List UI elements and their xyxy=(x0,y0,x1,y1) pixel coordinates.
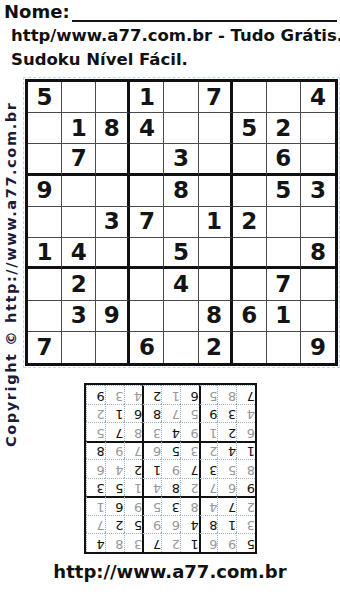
solution-cell-r4c9: 3 xyxy=(86,478,105,497)
solution-cell-r5c8: 4 xyxy=(105,459,124,478)
solution-cell-r6c7: 7 xyxy=(124,441,143,460)
puzzle-cell-r8c4 xyxy=(130,301,164,332)
puzzle-cell-r7c2: 2 xyxy=(62,269,96,300)
puzzle-cell-r7c1 xyxy=(28,269,62,300)
solution-cell-r5c1: 8 xyxy=(236,459,255,478)
puzzle-cell-r5c9 xyxy=(301,207,335,238)
puzzle-cell-r6c3 xyxy=(96,238,130,269)
solution-cell-r3c7: 9 xyxy=(124,496,143,515)
puzzle-cell-r4c1: 9 xyxy=(28,176,62,207)
puzzle-cell-r5c3: 3 xyxy=(96,207,130,238)
solution-cell-r2c1: 3 xyxy=(236,515,255,534)
puzzle-cell-r9c1: 7 xyxy=(28,332,62,363)
solution-cell-r7c9: 5 xyxy=(86,422,105,441)
puzzle-cell-r9c8 xyxy=(267,332,301,363)
puzzle-cell-r1c3 xyxy=(96,82,130,113)
puzzle-cell-r3c3 xyxy=(96,144,130,175)
solution-cell-r4c4: 2 xyxy=(180,478,199,497)
solution-cell-r1c3: 6 xyxy=(199,533,218,552)
puzzle-cell-r1c8 xyxy=(267,82,301,113)
puzzle-cell-r9c9: 9 xyxy=(301,332,335,363)
puzzle-cell-r9c4: 6 xyxy=(130,332,164,363)
solution-cell-r7c7: 8 xyxy=(124,422,143,441)
solution-cell-r9c9: 9 xyxy=(86,385,105,404)
sudoku-printable-page: Nome: http/www.a77.com.br - Tudo Grátis.… xyxy=(0,0,340,596)
puzzle-cell-r2c5 xyxy=(164,113,198,144)
puzzle-cell-r2c1 xyxy=(28,113,62,144)
solution-cell-r9c3: 5 xyxy=(199,385,218,404)
puzzle-cell-r8c8: 1 xyxy=(267,301,301,332)
puzzle-cell-r8c3: 9 xyxy=(96,301,130,332)
solution-cell-r6c5: 5 xyxy=(161,441,180,460)
puzzle-cell-r4c7 xyxy=(233,176,267,207)
solution-cell-r7c1: 6 xyxy=(236,422,255,441)
puzzle-cell-r8c7: 6 xyxy=(233,301,267,332)
puzzle-cell-r3c2: 7 xyxy=(62,144,96,175)
solution-cell-r4c7: 1 xyxy=(124,478,143,497)
puzzle-cell-r4c9: 3 xyxy=(301,176,335,207)
solution-cell-r3c1: 2 xyxy=(236,496,255,515)
solution-cell-r6c1: 1 xyxy=(236,441,255,460)
puzzle-cell-r6c9: 8 xyxy=(301,238,335,269)
solution-cell-r6c3: 2 xyxy=(199,441,218,460)
solution-cell-r5c7: 2 xyxy=(124,459,143,478)
solution-cell-r8c1: 4 xyxy=(236,404,255,423)
puzzle-cell-r5c4: 7 xyxy=(130,207,164,238)
solution-cell-r7c4: 9 xyxy=(180,422,199,441)
puzzle-cell-r2c9 xyxy=(301,113,335,144)
solution-cell-r2c2: 1 xyxy=(217,515,236,534)
puzzle-cell-r4c5: 8 xyxy=(164,176,198,207)
puzzle-cell-r9c7 xyxy=(233,332,267,363)
puzzle-cell-r9c5 xyxy=(164,332,198,363)
solution-cell-r7c2: 2 xyxy=(217,422,236,441)
puzzle-cell-r6c2: 4 xyxy=(62,238,96,269)
solution-cell-r9c8: 3 xyxy=(105,385,124,404)
solution-cell-r9c1: 7 xyxy=(236,385,255,404)
puzzle-cell-r2c3: 8 xyxy=(96,113,130,144)
name-label: Nome: xyxy=(4,2,70,22)
solution-cell-r1c7: 3 xyxy=(124,533,143,552)
solution-cell-r5c4: 7 xyxy=(180,459,199,478)
solution-cell-r9c4: 6 xyxy=(180,385,199,404)
puzzle-cell-r7c9 xyxy=(301,269,335,300)
solution-cell-r1c5: 2 xyxy=(161,533,180,552)
puzzle-cell-r8c9 xyxy=(301,301,335,332)
solution-cell-r4c3: 7 xyxy=(199,478,218,497)
solution-cell-r7c5: 4 xyxy=(161,422,180,441)
solution-cell-r8c3: 9 xyxy=(199,404,218,423)
solution-cell-r3c4: 8 xyxy=(180,496,199,515)
solution-cell-r2c7: 5 xyxy=(124,515,143,534)
puzzle-cell-r5c7: 2 xyxy=(233,207,267,238)
solution-cell-r1c9: 4 xyxy=(86,533,105,552)
puzzle-cell-r1c5 xyxy=(164,82,198,113)
solution-cell-r6c2: 4 xyxy=(217,441,236,460)
solution-cell-r6c4: 3 xyxy=(180,441,199,460)
solution-cell-r4c1: 9 xyxy=(236,478,255,497)
solution-cell-r5c6: 1 xyxy=(142,459,161,478)
solution-cell-r5c2: 5 xyxy=(217,459,236,478)
puzzle-cell-r9c2 xyxy=(62,332,96,363)
solution-cell-r1c4: 1 xyxy=(180,533,199,552)
puzzle-cell-r2c7: 5 xyxy=(233,113,267,144)
puzzle-cell-r8c5 xyxy=(164,301,198,332)
name-row: Nome: xyxy=(4,2,337,22)
puzzle-grid: 517418452736985337121458247398617629 xyxy=(25,79,338,366)
puzzle-cell-r1c1: 5 xyxy=(28,82,62,113)
solution-cell-r2c3: 8 xyxy=(199,515,218,534)
solution-cell-r3c2: 7 xyxy=(217,496,236,515)
solution-cell-r9c6: 2 xyxy=(142,385,161,404)
solution-cell-r8c7: 6 xyxy=(124,404,143,423)
puzzle-cell-r7c5: 4 xyxy=(164,269,198,300)
puzzle-cell-r3c9 xyxy=(301,144,335,175)
puzzle-cell-r2c8: 2 xyxy=(267,113,301,144)
solution-cell-r8c5: 7 xyxy=(161,404,180,423)
solution-cell-r2c9: 7 xyxy=(86,515,105,534)
puzzle-cell-r7c7 xyxy=(233,269,267,300)
puzzle-cell-r8c6: 8 xyxy=(199,301,233,332)
puzzle-cell-r4c6 xyxy=(199,176,233,207)
puzzle-cell-r4c3 xyxy=(96,176,130,207)
puzzle-cell-r3c7 xyxy=(233,144,267,175)
solution-cell-r1c8: 8 xyxy=(105,533,124,552)
puzzle-cell-r1c6: 7 xyxy=(199,82,233,113)
solution-cell-r5c3: 3 xyxy=(199,459,218,478)
puzzle-cell-r2c6 xyxy=(199,113,233,144)
solution-cell-r5c5: 9 xyxy=(161,459,180,478)
solution-cell-r9c2: 8 xyxy=(217,385,236,404)
puzzle-cell-r9c6: 2 xyxy=(199,332,233,363)
solution-cell-r5c9: 6 xyxy=(86,459,105,478)
puzzle-cell-r8c2: 3 xyxy=(62,301,96,332)
puzzle-cell-r5c5 xyxy=(164,207,198,238)
puzzle-cell-r6c1: 1 xyxy=(28,238,62,269)
puzzle-cell-r3c6 xyxy=(199,144,233,175)
difficulty-title: Sudoku Nível Fácil. xyxy=(11,50,188,69)
puzzle-cell-r6c8 xyxy=(267,238,301,269)
solution-cell-r6c6: 6 xyxy=(142,441,161,460)
puzzle-cell-r7c8: 7 xyxy=(267,269,301,300)
solution-cell-r8c9: 2 xyxy=(86,404,105,423)
solution-cell-r3c8: 6 xyxy=(105,496,124,515)
solution-cell-r3c9: 1 xyxy=(86,496,105,515)
solution-cell-r8c8: 1 xyxy=(105,404,124,423)
puzzle-cell-r3c5: 3 xyxy=(164,144,198,175)
puzzle-cell-r2c2: 1 xyxy=(62,113,96,144)
solution-cell-r3c5: 3 xyxy=(161,496,180,515)
puzzle-cell-r4c8: 5 xyxy=(267,176,301,207)
name-underline xyxy=(72,3,337,22)
solution-cell-r8c2: 3 xyxy=(217,404,236,423)
solution-cell-r8c6: 8 xyxy=(142,404,161,423)
solution-cell-r3c6: 5 xyxy=(142,496,161,515)
solution-cell-r6c8: 9 xyxy=(105,441,124,460)
puzzle-cell-r3c4 xyxy=(130,144,164,175)
puzzle-cell-r1c9: 4 xyxy=(301,82,335,113)
puzzle-cell-r1c2 xyxy=(62,82,96,113)
solution-cell-r9c7: 4 xyxy=(124,385,143,404)
puzzle-cell-r6c6 xyxy=(199,238,233,269)
puzzle-cell-r7c3 xyxy=(96,269,130,300)
puzzle-cell-r4c4 xyxy=(130,176,164,207)
solution-cell-r2c4: 4 xyxy=(180,515,199,534)
puzzle-cell-r7c6 xyxy=(199,269,233,300)
puzzle-cell-r1c4: 1 xyxy=(130,82,164,113)
puzzle-cell-r4c2 xyxy=(62,176,96,207)
puzzle-cell-r6c5: 5 xyxy=(164,238,198,269)
puzzle-cell-r9c3 xyxy=(96,332,130,363)
solution-cell-r1c2: 9 xyxy=(217,533,236,552)
solution-cell-r2c5: 6 xyxy=(161,515,180,534)
puzzle-cell-r5c1 xyxy=(28,207,62,238)
solution-cell-r9c5: 1 xyxy=(161,385,180,404)
solution-cell-r6c9: 8 xyxy=(86,441,105,460)
solution-cell-r4c6: 4 xyxy=(142,478,161,497)
puzzle-cell-r6c7 xyxy=(233,238,267,269)
puzzle-cell-r8c1 xyxy=(28,301,62,332)
solution-cell-r4c2: 6 xyxy=(217,478,236,497)
puzzle-cell-r7c4 xyxy=(130,269,164,300)
solution-cell-r4c5: 8 xyxy=(161,478,180,497)
solution-cell-r7c8: 7 xyxy=(105,422,124,441)
puzzle-cell-r5c6: 1 xyxy=(199,207,233,238)
footer-url: http://www.a77.com.br xyxy=(0,561,340,582)
solution-cell-r7c6: 3 xyxy=(142,422,161,441)
solution-cell-r2c8: 2 xyxy=(105,515,124,534)
solution-cell-r1c1: 5 xyxy=(236,533,255,552)
solution-cell-r1c6: 7 xyxy=(142,533,161,552)
copyright-vertical: Copyright © http://www.a77.com.br xyxy=(3,95,21,447)
solution-cell-r3c3: 4 xyxy=(199,496,218,515)
puzzle-cell-r1c7 xyxy=(233,82,267,113)
puzzle-cell-r3c8: 6 xyxy=(267,144,301,175)
puzzle-cell-r6c4 xyxy=(130,238,164,269)
solution-grid: 5961273843184695272748359619672841538537… xyxy=(84,383,257,554)
solution-cell-r7c3: 1 xyxy=(199,422,218,441)
puzzle-cell-r2c4: 4 xyxy=(130,113,164,144)
site-url-title: http/www.a77.com.br - Tudo Grátis. xyxy=(11,26,340,45)
puzzle-cell-r3c1 xyxy=(28,144,62,175)
solution-cell-r8c4: 5 xyxy=(180,404,199,423)
puzzle-cell-r5c8 xyxy=(267,207,301,238)
puzzle-cell-r5c2 xyxy=(62,207,96,238)
solution-cell-r4c8: 5 xyxy=(105,478,124,497)
solution-cell-r2c6: 9 xyxy=(142,515,161,534)
